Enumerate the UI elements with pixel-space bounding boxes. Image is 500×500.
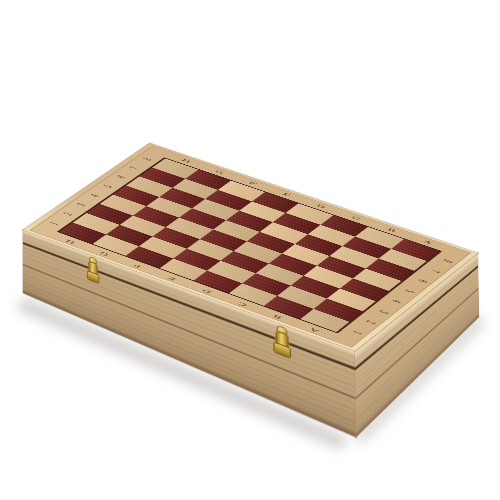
clasp-base-plate: [274, 343, 289, 358]
product-photo-scene: HHGGFFEEDDCCBBAA8877665544332211: [0, 0, 500, 500]
clasp-base-plate: [88, 271, 99, 283]
brass-clasp-right: [274, 325, 290, 358]
brass-clasp-left: [88, 256, 99, 283]
